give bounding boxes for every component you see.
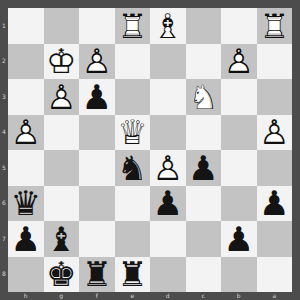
black-rook-piece: ♜	[79, 257, 115, 293]
square-g2[interactable]: ♚♔	[44, 44, 80, 80]
square-d5[interactable]: ♟♙	[150, 150, 186, 186]
square-a7[interactable]	[257, 221, 293, 257]
square-b4[interactable]	[221, 115, 257, 151]
square-a8[interactable]	[257, 257, 293, 293]
square-h6[interactable]: ♛	[8, 186, 44, 222]
square-c6[interactable]	[186, 186, 222, 222]
rank-label-1: 1	[0, 8, 8, 44]
file-label-f: f	[79, 292, 115, 300]
rank-label-8: 8	[0, 257, 8, 293]
square-c5[interactable]: ♟	[186, 150, 222, 186]
square-f3[interactable]: ♟	[79, 79, 115, 115]
square-e3[interactable]	[115, 79, 151, 115]
white-rook-piece: ♜♖	[257, 8, 293, 44]
square-d2[interactable]	[150, 44, 186, 80]
square-a6[interactable]: ♟	[257, 186, 293, 222]
white-bishop-piece: ♝♗	[150, 8, 186, 44]
square-g3[interactable]: ♟♙	[44, 79, 80, 115]
square-f6[interactable]	[79, 186, 115, 222]
square-c7[interactable]	[186, 221, 222, 257]
chess-board: ♜♖♝♗♜♖♚♔♟♙♟♙♟♙♟♞♘♟♙♛♕♟♙♞♟♙♟♛♟♟♟♝♟♚♜♜	[8, 8, 292, 292]
black-rook-piece: ♜	[115, 257, 151, 293]
white-rook-piece: ♜♖	[115, 8, 151, 44]
square-e7[interactable]	[115, 221, 151, 257]
square-h7[interactable]: ♟	[8, 221, 44, 257]
square-g8[interactable]: ♚	[44, 257, 80, 293]
black-knight-piece: ♞	[115, 150, 151, 186]
square-g4[interactable]	[44, 115, 80, 151]
square-c2[interactable]	[186, 44, 222, 80]
square-b7[interactable]: ♟	[221, 221, 257, 257]
square-e8[interactable]: ♜	[115, 257, 151, 293]
square-h3[interactable]	[8, 79, 44, 115]
square-h1[interactable]	[8, 8, 44, 44]
square-c3[interactable]: ♞♘	[186, 79, 222, 115]
square-c8[interactable]	[186, 257, 222, 293]
rank-label-2: 2	[0, 44, 8, 80]
chess-diagram: ♜♖♝♗♜♖♚♔♟♙♟♙♟♙♟♞♘♟♙♛♕♟♙♞♟♙♟♛♟♟♟♝♟♚♜♜ 123…	[0, 0, 300, 300]
square-f4[interactable]	[79, 115, 115, 151]
square-d6[interactable]: ♟	[150, 186, 186, 222]
rank-label-5: 5	[0, 150, 8, 186]
square-b1[interactable]	[221, 8, 257, 44]
white-pawn-piece: ♟♙	[221, 44, 257, 80]
black-pawn-piece: ♟	[257, 186, 293, 222]
square-e4[interactable]: ♛♕	[115, 115, 151, 151]
white-pawn-piece: ♟♙	[8, 115, 44, 151]
square-g1[interactable]	[44, 8, 80, 44]
square-b6[interactable]	[221, 186, 257, 222]
square-h5[interactable]	[8, 150, 44, 186]
square-a4[interactable]: ♟♙	[257, 115, 293, 151]
rank-label-4: 4	[0, 115, 8, 151]
square-f7[interactable]	[79, 221, 115, 257]
square-e5[interactable]: ♞	[115, 150, 151, 186]
black-pawn-piece: ♟	[186, 150, 222, 186]
square-b2[interactable]: ♟♙	[221, 44, 257, 80]
square-f8[interactable]: ♜	[79, 257, 115, 293]
black-pawn-piece: ♟	[221, 221, 257, 257]
square-a1[interactable]: ♜♖	[257, 8, 293, 44]
square-d8[interactable]	[150, 257, 186, 293]
white-knight-piece: ♞♘	[186, 79, 222, 115]
file-label-e: e	[115, 292, 151, 300]
square-f1[interactable]	[79, 8, 115, 44]
square-d4[interactable]	[150, 115, 186, 151]
file-label-g: g	[44, 292, 80, 300]
black-pawn-piece: ♟	[8, 221, 44, 257]
white-pawn-piece: ♟♙	[79, 44, 115, 80]
square-b5[interactable]	[221, 150, 257, 186]
square-g6[interactable]	[44, 186, 80, 222]
black-king-piece: ♚	[44, 257, 80, 293]
file-label-a: a	[257, 292, 293, 300]
white-pawn-piece: ♟♙	[150, 150, 186, 186]
black-queen-piece: ♛	[8, 186, 44, 222]
white-pawn-piece: ♟♙	[257, 115, 293, 151]
white-queen-piece: ♛♕	[115, 115, 151, 151]
square-e6[interactable]	[115, 186, 151, 222]
square-h8[interactable]	[8, 257, 44, 293]
file-label-c: c	[186, 292, 222, 300]
black-pawn-piece: ♟	[79, 79, 115, 115]
file-label-d: d	[150, 292, 186, 300]
rank-label-7: 7	[0, 221, 8, 257]
square-e1[interactable]: ♜♖	[115, 8, 151, 44]
square-g5[interactable]	[44, 150, 80, 186]
square-h4[interactable]: ♟♙	[8, 115, 44, 151]
square-d3[interactable]	[150, 79, 186, 115]
file-label-b: b	[221, 292, 257, 300]
square-g7[interactable]: ♝	[44, 221, 80, 257]
square-e2[interactable]	[115, 44, 151, 80]
black-pawn-piece: ♟	[150, 186, 186, 222]
rank-label-3: 3	[0, 79, 8, 115]
square-d1[interactable]: ♝♗	[150, 8, 186, 44]
square-h2[interactable]	[8, 44, 44, 80]
square-f2[interactable]: ♟♙	[79, 44, 115, 80]
rank-label-6: 6	[0, 186, 8, 222]
square-f5[interactable]	[79, 150, 115, 186]
white-king-piece: ♚♔	[44, 44, 80, 80]
square-d7[interactable]	[150, 221, 186, 257]
square-b8[interactable]	[221, 257, 257, 293]
white-pawn-piece: ♟♙	[44, 79, 80, 115]
square-a5[interactable]	[257, 150, 293, 186]
square-a2[interactable]	[257, 44, 293, 80]
square-b3[interactable]	[221, 79, 257, 115]
black-bishop-piece: ♝	[44, 221, 80, 257]
file-label-h: h	[8, 292, 44, 300]
square-a3[interactable]	[257, 79, 293, 115]
square-c1[interactable]	[186, 8, 222, 44]
square-c4[interactable]	[186, 115, 222, 151]
